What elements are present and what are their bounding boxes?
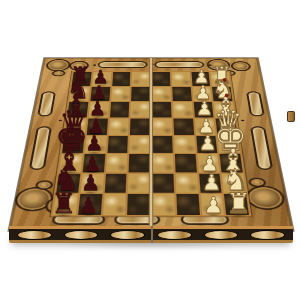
black-pawn[interactable]: ♟ <box>78 194 98 217</box>
inlay-cartouche <box>250 126 273 170</box>
square[interactable] <box>128 174 150 193</box>
square[interactable] <box>173 102 193 117</box>
square[interactable] <box>152 118 172 134</box>
square[interactable] <box>111 87 130 101</box>
square[interactable] <box>104 174 127 193</box>
square[interactable] <box>152 102 171 117</box>
black-rook[interactable]: ♜ <box>51 189 76 217</box>
white-rook[interactable]: ♜ <box>226 189 251 217</box>
square[interactable] <box>176 194 199 215</box>
box-front-edge <box>9 226 293 243</box>
square[interactable] <box>103 194 126 215</box>
square[interactable] <box>107 136 128 153</box>
hinge-seam-front <box>151 226 153 243</box>
inlay-oval <box>64 230 99 240</box>
square[interactable] <box>175 174 198 193</box>
inlay-oval <box>17 230 52 240</box>
corner-scroll-ornament <box>51 70 66 76</box>
square[interactable] <box>152 194 175 215</box>
chess-box-photo: ♜♟♟♜♞♟♟♞♝♟♟♝♛♟♟♛♚♟♟♚♝♟♟♝♞♟♟♞♜♟♟♜ <box>0 0 300 300</box>
inlay-cartouche <box>29 126 52 170</box>
square[interactable] <box>152 154 173 172</box>
square[interactable] <box>130 136 150 153</box>
inlay-oval <box>204 230 239 240</box>
inlay-oval <box>157 230 192 240</box>
square[interactable] <box>106 154 128 172</box>
square[interactable] <box>131 87 150 101</box>
square[interactable] <box>171 72 190 86</box>
square[interactable] <box>130 118 150 134</box>
square[interactable] <box>174 136 195 153</box>
square[interactable] <box>152 136 172 153</box>
square[interactable] <box>129 154 150 172</box>
square[interactable] <box>152 87 171 101</box>
square[interactable] <box>175 154 197 172</box>
square[interactable] <box>132 72 150 86</box>
box-clasp <box>287 111 295 122</box>
corner-scroll-ornament <box>230 61 251 71</box>
white-pawn[interactable]: ♟ <box>203 194 223 217</box>
inlay-cartouche <box>37 91 56 116</box>
square[interactable] <box>131 102 150 117</box>
square[interactable] <box>172 87 191 101</box>
square[interactable] <box>152 72 170 86</box>
square[interactable] <box>173 118 193 134</box>
square[interactable] <box>112 72 131 86</box>
square[interactable] <box>108 118 128 134</box>
inlay-oval <box>250 230 285 240</box>
hinge-seam <box>149 58 154 231</box>
square[interactable] <box>110 102 130 117</box>
inlay-cartouche <box>246 91 265 116</box>
square[interactable] <box>127 194 150 215</box>
square[interactable] <box>152 174 174 193</box>
inlay-oval <box>110 230 145 240</box>
